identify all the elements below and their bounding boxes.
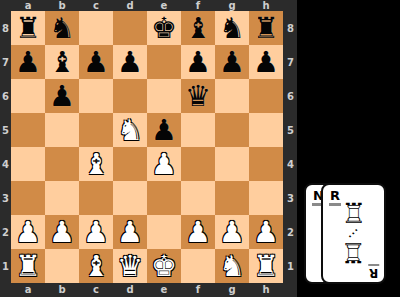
square-h4[interactable] (249, 147, 283, 181)
rook-icon: ♖ (341, 237, 366, 267)
square-b3[interactable] (45, 181, 79, 215)
square-a2[interactable]: ♟ (11, 215, 45, 249)
square-g4[interactable] (215, 147, 249, 181)
white-bishop[interactable]: ♝ (79, 147, 113, 181)
square-g1[interactable]: ♞ (215, 249, 249, 283)
file-label-f: f (181, 284, 215, 297)
square-f8[interactable]: ♝ (181, 11, 215, 45)
file-label-g: g (215, 284, 249, 297)
square-a4[interactable] (11, 147, 45, 181)
square-d1[interactable]: ♛ (113, 249, 147, 283)
square-f4[interactable] (181, 147, 215, 181)
square-g7[interactable]: ♟ (215, 45, 249, 79)
file-label-e: e (147, 284, 181, 297)
file-label-h: h (249, 284, 283, 297)
white-pawn[interactable]: ♟ (215, 215, 249, 249)
square-c3[interactable] (79, 181, 113, 215)
card-rook[interactable]: R ♖ ··· ♖ R (321, 183, 386, 284)
white-rook[interactable]: ♜ (249, 249, 283, 283)
square-d4[interactable] (113, 147, 147, 181)
white-bishop[interactable]: ♝ (79, 249, 113, 283)
square-d3[interactable] (113, 181, 147, 215)
square-b4[interactable] (45, 147, 79, 181)
file-label-c: c (79, 284, 113, 297)
square-d5[interactable]: ♞ (113, 113, 147, 147)
rank-label-4: 4 (0, 147, 11, 181)
square-c8[interactable] (79, 11, 113, 45)
files-top: abcdefgh (11, 0, 283, 11)
square-g8[interactable]: ♞ (215, 11, 249, 45)
square-e1[interactable]: ♚ (147, 249, 181, 283)
white-king[interactable]: ♚ (147, 249, 181, 283)
square-h3[interactable] (249, 181, 283, 215)
square-c7[interactable]: ♟ (79, 45, 113, 79)
file-label-c: c (79, 0, 113, 11)
rank-label-3: 3 (284, 181, 297, 215)
rank-label-7: 7 (0, 45, 11, 79)
square-d8[interactable] (113, 11, 147, 45)
rank-label-4: 4 (284, 147, 297, 181)
files-bottom: abcdefgh (11, 284, 283, 297)
square-e5[interactable]: ♟ (147, 113, 181, 147)
square-f3[interactable] (181, 181, 215, 215)
white-pawn[interactable]: ♟ (45, 215, 79, 249)
square-a6[interactable] (11, 79, 45, 113)
square-e8[interactable]: ♚ (147, 11, 181, 45)
file-label-a: a (11, 284, 45, 297)
square-f2[interactable]: ♟ (181, 215, 215, 249)
square-b1[interactable] (45, 249, 79, 283)
square-h7[interactable]: ♟ (249, 45, 283, 79)
rank-label-5: 5 (284, 113, 297, 147)
square-g2[interactable]: ♟ (215, 215, 249, 249)
square-c1[interactable]: ♝ (79, 249, 113, 283)
rank-label-5: 5 (0, 113, 11, 147)
white-rook[interactable]: ♜ (11, 249, 45, 283)
square-d6[interactable] (113, 79, 147, 113)
rank-label-1: 1 (0, 249, 11, 283)
square-a5[interactable] (11, 113, 45, 147)
white-pawn[interactable]: ♟ (147, 147, 181, 181)
black-pawn[interactable]: ♟ (11, 45, 45, 79)
square-a3[interactable] (11, 181, 45, 215)
square-b7[interactable]: ♝ (45, 45, 79, 79)
square-h1[interactable]: ♜ (249, 249, 283, 283)
black-knight[interactable]: ♞ (215, 11, 249, 45)
square-c6[interactable] (79, 79, 113, 113)
ranks-right: 87654321 (284, 11, 297, 283)
file-label-a: a (11, 0, 45, 11)
square-b8[interactable]: ♞ (45, 11, 79, 45)
black-queen[interactable]: ♛ (181, 79, 215, 113)
square-c5[interactable] (79, 113, 113, 147)
square-a1[interactable]: ♜ (11, 249, 45, 283)
square-b2[interactable]: ♟ (45, 215, 79, 249)
black-king[interactable]: ♚ (147, 11, 181, 45)
square-e3[interactable] (147, 181, 181, 215)
rank-label-7: 7 (284, 45, 297, 79)
rank-label-3: 3 (0, 181, 11, 215)
ranks-left: 87654321 (0, 11, 11, 283)
file-label-d: d (113, 284, 147, 297)
file-label-b: b (45, 284, 79, 297)
rank-label-2: 2 (284, 215, 297, 249)
square-g5[interactable] (215, 113, 249, 147)
white-pawn[interactable]: ♟ (79, 215, 113, 249)
black-bishop[interactable]: ♝ (45, 45, 79, 79)
rank-label-8: 8 (284, 11, 297, 45)
square-h8[interactable]: ♜ (249, 11, 283, 45)
square-f1[interactable] (181, 249, 215, 283)
white-knight[interactable]: ♞ (215, 249, 249, 283)
square-b5[interactable] (45, 113, 79, 147)
file-label-g: g (215, 0, 249, 11)
black-pawn[interactable]: ♟ (45, 79, 79, 113)
file-label-b: b (45, 0, 79, 11)
file-label-h: h (249, 0, 283, 11)
black-pawn[interactable]: ♟ (79, 45, 113, 79)
square-f7[interactable]: ♟ (181, 45, 215, 79)
rank-label-6: 6 (0, 79, 11, 113)
file-label-d: d (113, 0, 147, 11)
rank-label-2: 2 (0, 215, 11, 249)
white-pawn[interactable]: ♟ (249, 215, 283, 249)
file-label-f: f (181, 0, 215, 11)
rank-label-6: 6 (284, 79, 297, 113)
square-e4[interactable]: ♟ (147, 147, 181, 181)
black-knight[interactable]: ♞ (45, 11, 79, 45)
square-d2[interactable]: ♟ (113, 215, 147, 249)
rook-card-label-bottom: R (368, 264, 379, 279)
square-b6[interactable]: ♟ (45, 79, 79, 113)
rank-label-8: 8 (0, 11, 11, 45)
square-h2[interactable]: ♟ (249, 215, 283, 249)
square-d7[interactable]: ♟ (113, 45, 147, 79)
square-a8[interactable]: ♜ (11, 11, 45, 45)
square-g3[interactable] (215, 181, 249, 215)
black-pawn[interactable]: ♟ (215, 45, 249, 79)
square-h5[interactable] (249, 113, 283, 147)
square-f6[interactable]: ♛ (181, 79, 215, 113)
board-grid: ♜♞♚♝♞♜♟♝♟♟♟♟♟♟♛♞♟♝♟♟♟♟♟♟♟♟♜♝♛♚♞♜ (11, 11, 283, 283)
square-e6[interactable] (147, 79, 181, 113)
white-pawn[interactable]: ♟ (113, 215, 147, 249)
square-e7[interactable] (147, 45, 181, 79)
square-a7[interactable]: ♟ (11, 45, 45, 79)
black-rook[interactable]: ♜ (11, 11, 45, 45)
black-rook[interactable]: ♜ (249, 11, 283, 45)
white-pawn[interactable]: ♟ (181, 215, 215, 249)
black-pawn[interactable]: ♟ (147, 113, 181, 147)
square-e2[interactable] (147, 215, 181, 249)
white-knight[interactable]: ♞ (113, 113, 147, 147)
square-g6[interactable] (215, 79, 249, 113)
square-f5[interactable] (181, 113, 215, 147)
black-pawn[interactable]: ♟ (113, 45, 147, 79)
square-h6[interactable] (249, 79, 283, 113)
rook-card-pips: ♖ ··· ♖ (323, 199, 384, 267)
black-bishop[interactable]: ♝ (181, 11, 215, 45)
black-pawn[interactable]: ♟ (181, 45, 215, 79)
file-label-e: e (147, 0, 181, 11)
square-c2[interactable]: ♟ (79, 215, 113, 249)
black-pawn[interactable]: ♟ (249, 45, 283, 79)
white-pawn[interactable]: ♟ (11, 215, 45, 249)
chess-board: abcdefgh abcdefgh 87654321 87654321 ♜♞♚♝… (0, 0, 297, 297)
square-c4[interactable]: ♝ (79, 147, 113, 181)
white-queen[interactable]: ♛ (113, 249, 147, 283)
rank-label-1: 1 (284, 249, 297, 283)
